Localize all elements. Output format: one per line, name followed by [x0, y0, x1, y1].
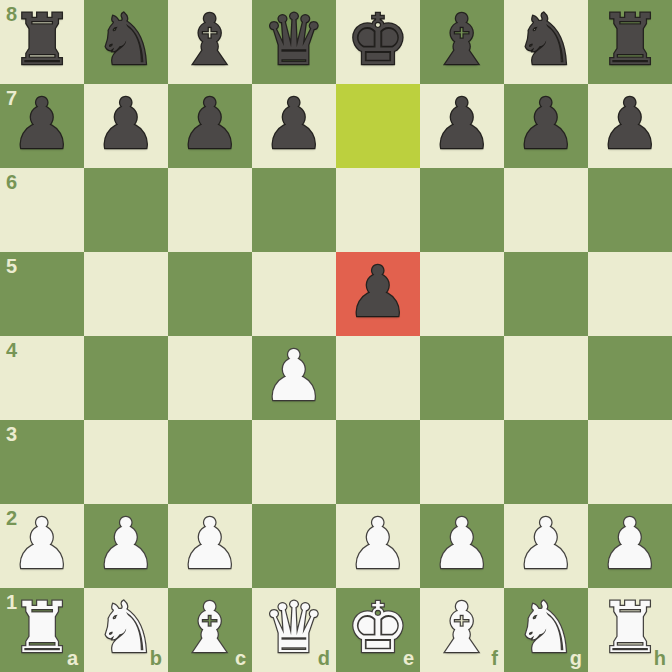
- square-h5[interactable]: [588, 252, 672, 336]
- square-d5[interactable]: [252, 252, 336, 336]
- square-b1[interactable]: b♞: [84, 588, 168, 672]
- square-g4[interactable]: [504, 336, 588, 420]
- black-king[interactable]: ♚: [347, 0, 410, 82]
- white-pawn[interactable]: ♟: [431, 504, 494, 586]
- black-pawn[interactable]: ♟: [263, 84, 326, 166]
- white-rook[interactable]: ♜: [599, 588, 662, 670]
- white-knight[interactable]: ♞: [95, 588, 158, 670]
- square-f1[interactable]: f♝: [420, 588, 504, 672]
- square-f3[interactable]: [420, 420, 504, 504]
- square-b8[interactable]: ♞: [84, 0, 168, 84]
- square-d7[interactable]: ♟: [252, 84, 336, 168]
- square-a6[interactable]: 6: [0, 168, 84, 252]
- square-d8[interactable]: ♛: [252, 0, 336, 84]
- square-a1[interactable]: 1a♜: [0, 588, 84, 672]
- square-b2[interactable]: ♟: [84, 504, 168, 588]
- square-h3[interactable]: [588, 420, 672, 504]
- square-g2[interactable]: ♟: [504, 504, 588, 588]
- square-a3[interactable]: 3: [0, 420, 84, 504]
- rank-label-6: 6: [6, 171, 17, 194]
- rank-label-3: 3: [6, 423, 17, 446]
- square-h2[interactable]: ♟: [588, 504, 672, 588]
- black-knight[interactable]: ♞: [95, 0, 158, 82]
- square-e4[interactable]: [336, 336, 420, 420]
- square-c7[interactable]: ♟: [168, 84, 252, 168]
- black-pawn[interactable]: ♟: [347, 252, 410, 334]
- square-h1[interactable]: h♜: [588, 588, 672, 672]
- square-g6[interactable]: [504, 168, 588, 252]
- square-h6[interactable]: [588, 168, 672, 252]
- square-g3[interactable]: [504, 420, 588, 504]
- black-bishop[interactable]: ♝: [431, 0, 494, 82]
- square-c5[interactable]: [168, 252, 252, 336]
- square-d4[interactable]: ♟: [252, 336, 336, 420]
- square-e5-red-highlight[interactable]: ♟: [336, 252, 420, 336]
- square-a7[interactable]: 7♟: [0, 84, 84, 168]
- white-bishop[interactable]: ♝: [179, 588, 242, 670]
- square-e3[interactable]: [336, 420, 420, 504]
- white-pawn[interactable]: ♟: [179, 504, 242, 586]
- white-pawn[interactable]: ♟: [515, 504, 578, 586]
- board-container: 8♜♞♝♛♚♝♞♜7♟♟♟♟♟♟♟65♟4♟32♟♟♟♟♟♟♟1a♜b♞c♝d♛…: [0, 0, 672, 672]
- black-pawn[interactable]: ♟: [11, 84, 74, 166]
- black-rook[interactable]: ♜: [11, 0, 74, 82]
- rank-label-5: 5: [6, 255, 17, 278]
- black-pawn[interactable]: ♟: [515, 84, 578, 166]
- black-pawn[interactable]: ♟: [431, 84, 494, 166]
- square-g8[interactable]: ♞: [504, 0, 588, 84]
- square-b4[interactable]: [84, 336, 168, 420]
- square-h4[interactable]: [588, 336, 672, 420]
- square-h7[interactable]: ♟: [588, 84, 672, 168]
- square-b5[interactable]: [84, 252, 168, 336]
- square-b3[interactable]: [84, 420, 168, 504]
- white-pawn[interactable]: ♟: [347, 504, 410, 586]
- black-bishop[interactable]: ♝: [179, 0, 242, 82]
- square-a8[interactable]: 8♜: [0, 0, 84, 84]
- square-e7-last-move-origin[interactable]: [336, 84, 420, 168]
- square-f8[interactable]: ♝: [420, 0, 504, 84]
- black-pawn[interactable]: ♟: [599, 84, 662, 166]
- square-g7[interactable]: ♟: [504, 84, 588, 168]
- black-pawn[interactable]: ♟: [179, 84, 242, 166]
- white-pawn[interactable]: ♟: [11, 504, 74, 586]
- square-d3[interactable]: [252, 420, 336, 504]
- square-a4[interactable]: 4: [0, 336, 84, 420]
- square-h8[interactable]: ♜: [588, 0, 672, 84]
- chess-board: 8♜♞♝♛♚♝♞♜7♟♟♟♟♟♟♟65♟4♟32♟♟♟♟♟♟♟1a♜b♞c♝d♛…: [0, 0, 672, 672]
- square-c2[interactable]: ♟: [168, 504, 252, 588]
- square-e6[interactable]: [336, 168, 420, 252]
- white-rook[interactable]: ♜: [11, 588, 74, 670]
- square-c6[interactable]: [168, 168, 252, 252]
- square-e2[interactable]: ♟: [336, 504, 420, 588]
- white-pawn[interactable]: ♟: [95, 504, 158, 586]
- white-queen[interactable]: ♛: [263, 588, 326, 670]
- square-f4[interactable]: [420, 336, 504, 420]
- white-bishop[interactable]: ♝: [431, 588, 494, 670]
- black-knight[interactable]: ♞: [515, 0, 578, 82]
- square-f6[interactable]: [420, 168, 504, 252]
- white-knight[interactable]: ♞: [515, 588, 578, 670]
- square-d1[interactable]: d♛: [252, 588, 336, 672]
- square-f7[interactable]: ♟: [420, 84, 504, 168]
- black-pawn[interactable]: ♟: [95, 84, 158, 166]
- square-g5[interactable]: [504, 252, 588, 336]
- square-c4[interactable]: [168, 336, 252, 420]
- square-d6[interactable]: [252, 168, 336, 252]
- square-a2[interactable]: 2♟: [0, 504, 84, 588]
- white-pawn[interactable]: ♟: [263, 336, 326, 418]
- white-king[interactable]: ♚: [347, 588, 410, 670]
- black-rook[interactable]: ♜: [599, 0, 662, 82]
- square-c1[interactable]: c♝: [168, 588, 252, 672]
- square-b7[interactable]: ♟: [84, 84, 168, 168]
- square-e8[interactable]: ♚: [336, 0, 420, 84]
- rank-label-4: 4: [6, 339, 17, 362]
- square-f5[interactable]: [420, 252, 504, 336]
- square-c8[interactable]: ♝: [168, 0, 252, 84]
- square-e1[interactable]: e♚: [336, 588, 420, 672]
- square-c3[interactable]: [168, 420, 252, 504]
- white-pawn[interactable]: ♟: [599, 504, 662, 586]
- square-b6[interactable]: [84, 168, 168, 252]
- square-a5[interactable]: 5: [0, 252, 84, 336]
- square-g1[interactable]: g♞: [504, 588, 588, 672]
- square-f2[interactable]: ♟: [420, 504, 504, 588]
- black-queen[interactable]: ♛: [263, 0, 326, 82]
- square-d2[interactable]: [252, 504, 336, 588]
